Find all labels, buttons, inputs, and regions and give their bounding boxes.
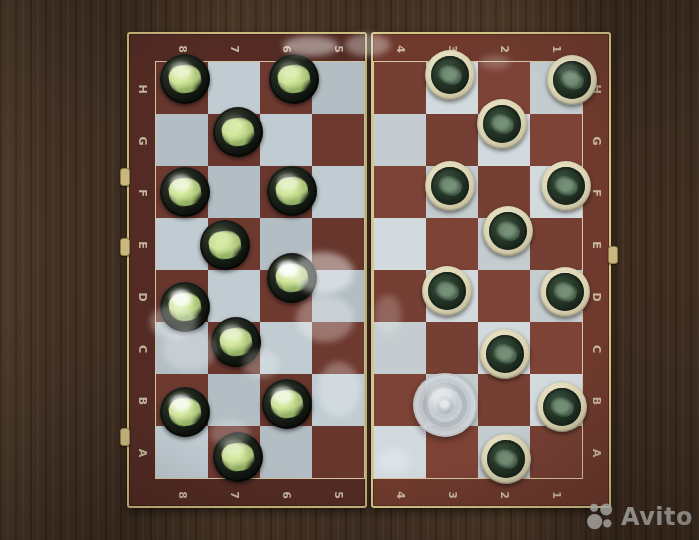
flash-glare [218,435,250,461]
piece-top [546,273,584,311]
piece-white-f1[interactable] [541,161,591,211]
square-g8[interactable] [156,114,208,166]
piece-black-e7[interactable] [200,220,250,270]
flash-glare [165,390,197,416]
board-grid-left [155,61,365,479]
flash-glare [272,256,304,282]
square-g5[interactable] [312,114,364,166]
piece-white-h3[interactable] [425,50,475,100]
square-c6[interactable] [260,322,312,374]
square-f4[interactable] [374,166,426,218]
flash-glare [205,223,237,249]
rank-label-6: 6 [276,45,296,53]
square-d4[interactable] [374,270,426,322]
flash-glare [165,170,197,196]
marketplace-photo: 8765 HGFEDCBA 8765 4321 HGFEDCBA 4321 Av… [0,0,699,540]
piece-black-c7[interactable] [211,317,261,367]
piece-white-b1[interactable] [537,382,587,432]
flash-glare [216,320,248,346]
flash-glare [267,382,299,408]
rank-labels-top-right: 4321 [374,37,582,57]
piece-black-b8[interactable] [160,387,210,437]
flash-glare [218,110,250,136]
rank-label-5: 5 [328,45,348,53]
piece-black-a7[interactable] [213,432,263,482]
square-e5[interactable] [312,218,364,270]
square-a1[interactable] [530,426,582,478]
rank-label-4: 4 [390,45,410,53]
board-right-half: 4321 HGFEDCBA 4321 [371,32,611,508]
square-c3[interactable] [426,322,478,374]
rank-label-2: 2 [494,45,514,53]
piece-top [543,388,581,426]
piece-center-cone [438,398,452,412]
piece-white-h1[interactable] [547,55,597,105]
hinge-tab [120,168,130,186]
square-a5[interactable] [312,426,364,478]
flash-glare [165,285,197,311]
square-d5[interactable] [312,270,364,322]
piece-print [495,220,521,242]
piece-print [437,175,463,197]
avito-watermark: Avito [586,502,693,532]
square-c5[interactable] [312,322,364,374]
square-d7[interactable] [208,270,260,322]
square-d2[interactable] [478,270,530,322]
file-labels-right: HGFEDCBA [585,61,607,477]
square-g3[interactable] [426,114,478,166]
hinge-tab [120,428,130,446]
square-a6[interactable] [260,426,312,478]
rank-label-6: 6 [276,491,296,499]
board-left-half: 8765 HGFEDCBA 8765 [127,32,367,508]
flash-glare [274,57,306,83]
piece-gray-b3[interactable] [413,373,477,437]
square-h4[interactable] [374,62,426,114]
square-f7[interactable] [208,166,260,218]
piece-top [483,105,521,143]
piece-black-d8[interactable] [160,282,210,332]
rank-label-4: 4 [390,491,410,499]
piece-top [428,272,466,310]
rank-label-1: 1 [546,45,566,53]
square-h5[interactable] [312,62,364,114]
square-e4[interactable] [374,218,426,270]
piece-white-e2[interactable] [483,206,533,256]
rank-label-3: 3 [442,491,462,499]
piece-print [493,448,519,470]
rank-label-2: 2 [494,491,514,499]
square-e3[interactable] [426,218,478,270]
piece-white-d1[interactable] [540,267,590,317]
square-b5[interactable] [312,374,364,426]
rank-label-1: 1 [546,491,566,499]
piece-print [553,175,579,197]
rank-label-7: 7 [224,45,244,53]
piece-print [489,113,515,135]
piece-top [487,440,525,478]
piece-black-d6[interactable] [267,253,317,303]
piece-white-f3[interactable] [425,161,475,211]
flash-glare [552,58,584,84]
hinge-tab [608,246,618,264]
square-g6[interactable] [260,114,312,166]
square-f5[interactable] [312,166,364,218]
piece-black-h6[interactable] [269,54,319,104]
square-b7[interactable] [208,374,260,426]
rank-labels-bottom-left: 8765 [156,483,364,503]
file-labels-left: HGFEDCBA [131,61,153,477]
piece-white-c2[interactable] [480,329,530,379]
rank-labels-bottom-right: 4321 [374,483,582,503]
piece-black-f6[interactable] [267,166,317,216]
piece-white-g2[interactable] [477,99,527,149]
rank-label-5: 5 [328,491,348,499]
piece-top [431,56,469,94]
piece-print [552,281,578,303]
piece-white-d3[interactable] [422,266,472,316]
piece-top [489,212,527,250]
hinge-tab [120,238,130,256]
square-c4[interactable] [374,322,426,374]
square-e1[interactable] [530,218,582,270]
piece-top [547,167,585,205]
flash-glare [165,57,197,83]
square-a4[interactable] [374,426,426,478]
rank-label-8: 8 [172,45,192,53]
piece-print [549,396,575,418]
square-g1[interactable] [530,114,582,166]
piece-black-g7[interactable] [213,107,263,157]
rank-label-8: 8 [172,491,192,499]
flash-glare [272,169,304,195]
piece-black-b6[interactable] [262,379,312,429]
piece-print [492,343,518,365]
piece-top [486,335,524,373]
square-g4[interactable] [374,114,426,166]
piece-print [437,64,463,86]
square-b2[interactable] [478,374,530,426]
rank-label-7: 7 [224,491,244,499]
piece-top [431,167,469,205]
piece-black-h8[interactable] [160,54,210,104]
board-grid-right [373,61,583,479]
piece-white-a2[interactable] [481,434,531,484]
square-c1[interactable] [530,322,582,374]
avito-logo-icon [586,502,616,532]
piece-black-f8[interactable] [160,167,210,217]
piece-print [434,280,460,302]
avito-watermark-text: Avito [621,503,693,531]
